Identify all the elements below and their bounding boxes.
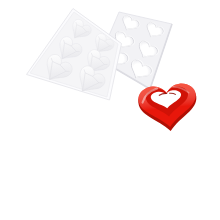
product-photo: [0, 0, 220, 220]
product-photo-canvas: [0, 0, 220, 220]
